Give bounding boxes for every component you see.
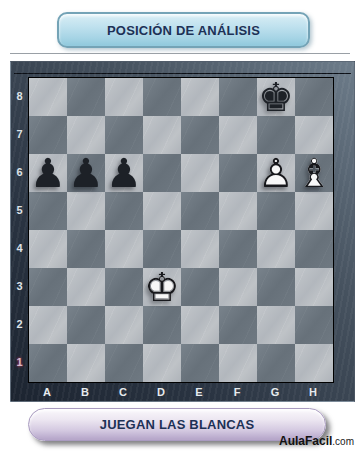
analysis-position-label: POSICIÓN DE ANÁLISIS — [107, 23, 260, 38]
square-f4[interactable] — [219, 230, 257, 268]
white-bishop[interactable]: ♝♗ — [295, 154, 333, 192]
file-label-h: H — [294, 381, 332, 403]
square-e1[interactable] — [181, 344, 219, 382]
white-king[interactable]: ♚♔ — [143, 268, 181, 306]
rank-label-1: 1 — [11, 343, 28, 381]
square-g3[interactable] — [257, 268, 295, 306]
square-c6[interactable]: ♟ — [105, 154, 143, 192]
analysis-position-banner: POSICIÓN DE ANÁLISIS — [57, 12, 310, 48]
rank-label-6: 6 — [11, 153, 28, 191]
square-h1[interactable] — [295, 344, 333, 382]
square-a4[interactable] — [29, 230, 67, 268]
square-b5[interactable] — [67, 192, 105, 230]
black-king[interactable]: ♚ — [257, 78, 295, 116]
rank-label-7: 7 — [11, 115, 28, 153]
square-a7[interactable] — [29, 116, 67, 154]
file-label-f: F — [218, 381, 256, 403]
square-e8[interactable] — [181, 78, 219, 116]
square-h2[interactable] — [295, 306, 333, 344]
square-f5[interactable] — [219, 192, 257, 230]
file-label-d: D — [142, 381, 180, 403]
square-e2[interactable] — [181, 306, 219, 344]
square-d5[interactable] — [143, 192, 181, 230]
square-f1[interactable] — [219, 344, 257, 382]
file-label-g: G — [256, 381, 294, 403]
credit: AulaFacil.com — [279, 431, 354, 449]
square-c1[interactable] — [105, 344, 143, 382]
square-c7[interactable] — [105, 116, 143, 154]
side-to-move-label: JUEGAN LAS BLANCAS — [100, 417, 255, 432]
square-f2[interactable] — [219, 306, 257, 344]
black-pawn[interactable]: ♟ — [105, 154, 143, 192]
square-b3[interactable] — [67, 268, 105, 306]
square-g5[interactable] — [257, 192, 295, 230]
square-c5[interactable] — [105, 192, 143, 230]
square-e6[interactable] — [181, 154, 219, 192]
square-g6[interactable]: ♟♙ — [257, 154, 295, 192]
square-g2[interactable] — [257, 306, 295, 344]
square-f3[interactable] — [219, 268, 257, 306]
square-h8[interactable] — [295, 78, 333, 116]
square-h6[interactable]: ♝♗ — [295, 154, 333, 192]
square-a8[interactable] — [29, 78, 67, 116]
square-g4[interactable] — [257, 230, 295, 268]
square-c2[interactable] — [105, 306, 143, 344]
square-h5[interactable] — [295, 192, 333, 230]
credit-brand: AulaFacil — [279, 434, 332, 448]
square-d8[interactable] — [143, 78, 181, 116]
file-label-e: E — [180, 381, 218, 403]
white-pawn[interactable]: ♟♙ — [257, 154, 295, 192]
black-pawn[interactable]: ♟ — [29, 154, 67, 192]
square-c8[interactable] — [105, 78, 143, 116]
square-f8[interactable] — [219, 78, 257, 116]
white-bishop-outline: ♗ — [295, 154, 333, 192]
square-a3[interactable] — [29, 268, 67, 306]
file-label-a: A — [28, 381, 66, 403]
frame-groove — [14, 73, 351, 74]
square-b8[interactable] — [67, 78, 105, 116]
square-e5[interactable] — [181, 192, 219, 230]
square-d4[interactable] — [143, 230, 181, 268]
square-h3[interactable] — [295, 268, 333, 306]
square-e4[interactable] — [181, 230, 219, 268]
file-labels: ABCDEFGH — [28, 381, 332, 403]
header-divider — [10, 53, 350, 54]
square-c3[interactable] — [105, 268, 143, 306]
rank-label-2: 2 — [11, 305, 28, 343]
square-g8[interactable]: ♚ — [257, 78, 295, 116]
credit-suffix: .com — [332, 436, 354, 447]
white-pawn-outline: ♙ — [257, 154, 295, 192]
square-d7[interactable] — [143, 116, 181, 154]
white-king-outline: ♔ — [143, 268, 181, 306]
black-pawn[interactable]: ♟ — [67, 154, 105, 192]
square-b4[interactable] — [67, 230, 105, 268]
square-b6[interactable]: ♟ — [67, 154, 105, 192]
black-king-glyph: ♚ — [257, 78, 295, 116]
square-h4[interactable] — [295, 230, 333, 268]
square-e3[interactable] — [181, 268, 219, 306]
square-h7[interactable] — [295, 116, 333, 154]
square-d6[interactable] — [143, 154, 181, 192]
square-d2[interactable] — [143, 306, 181, 344]
square-d1[interactable] — [143, 344, 181, 382]
chess-board: ♚♟♟♟♟♙♝♗♚♔ — [28, 77, 334, 383]
black-pawn-glyph: ♟ — [67, 154, 105, 192]
square-d3[interactable]: ♚♔ — [143, 268, 181, 306]
rank-label-3: 3 — [11, 267, 28, 305]
square-f6[interactable] — [219, 154, 257, 192]
square-a2[interactable] — [29, 306, 67, 344]
rank-label-4: 4 — [11, 229, 28, 267]
square-g7[interactable] — [257, 116, 295, 154]
file-label-c: C — [104, 381, 142, 403]
file-label-b: B — [66, 381, 104, 403]
square-b1[interactable] — [67, 344, 105, 382]
rank-label-8: 8 — [11, 77, 28, 115]
rank-labels: 87654321 — [11, 77, 28, 381]
square-f7[interactable] — [219, 116, 257, 154]
black-pawn-glyph: ♟ — [29, 154, 67, 192]
square-g1[interactable] — [257, 344, 295, 382]
black-pawn-glyph: ♟ — [105, 154, 143, 192]
square-c4[interactable] — [105, 230, 143, 268]
square-b2[interactable] — [67, 306, 105, 344]
chess-board-frame: 87654321 ♚♟♟♟♟♙♝♗♚♔ ABCDEFGH — [10, 61, 355, 402]
square-b7[interactable] — [67, 116, 105, 154]
square-a5[interactable] — [29, 192, 67, 230]
square-e7[interactable] — [181, 116, 219, 154]
square-a1[interactable] — [29, 344, 67, 382]
square-a6[interactable]: ♟ — [29, 154, 67, 192]
rank-label-5: 5 — [11, 191, 28, 229]
